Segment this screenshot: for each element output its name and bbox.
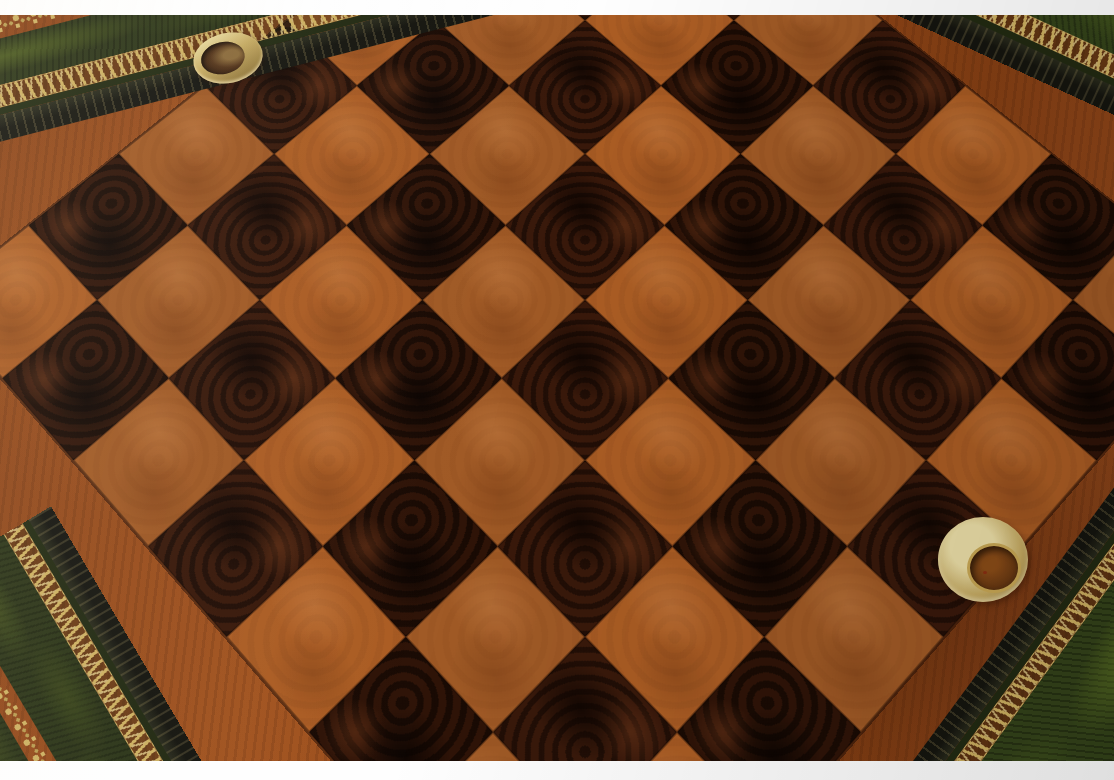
brass-cup-bottom-right <box>938 517 1028 602</box>
photo-backdrop-bottom <box>0 761 1114 780</box>
photo-backdrop-top <box>0 0 1114 15</box>
brass-cup-well <box>198 38 248 78</box>
wood-fleck <box>983 571 987 574</box>
brass-cup-well <box>967 543 1021 593</box>
games-table-photo <box>0 0 1114 780</box>
